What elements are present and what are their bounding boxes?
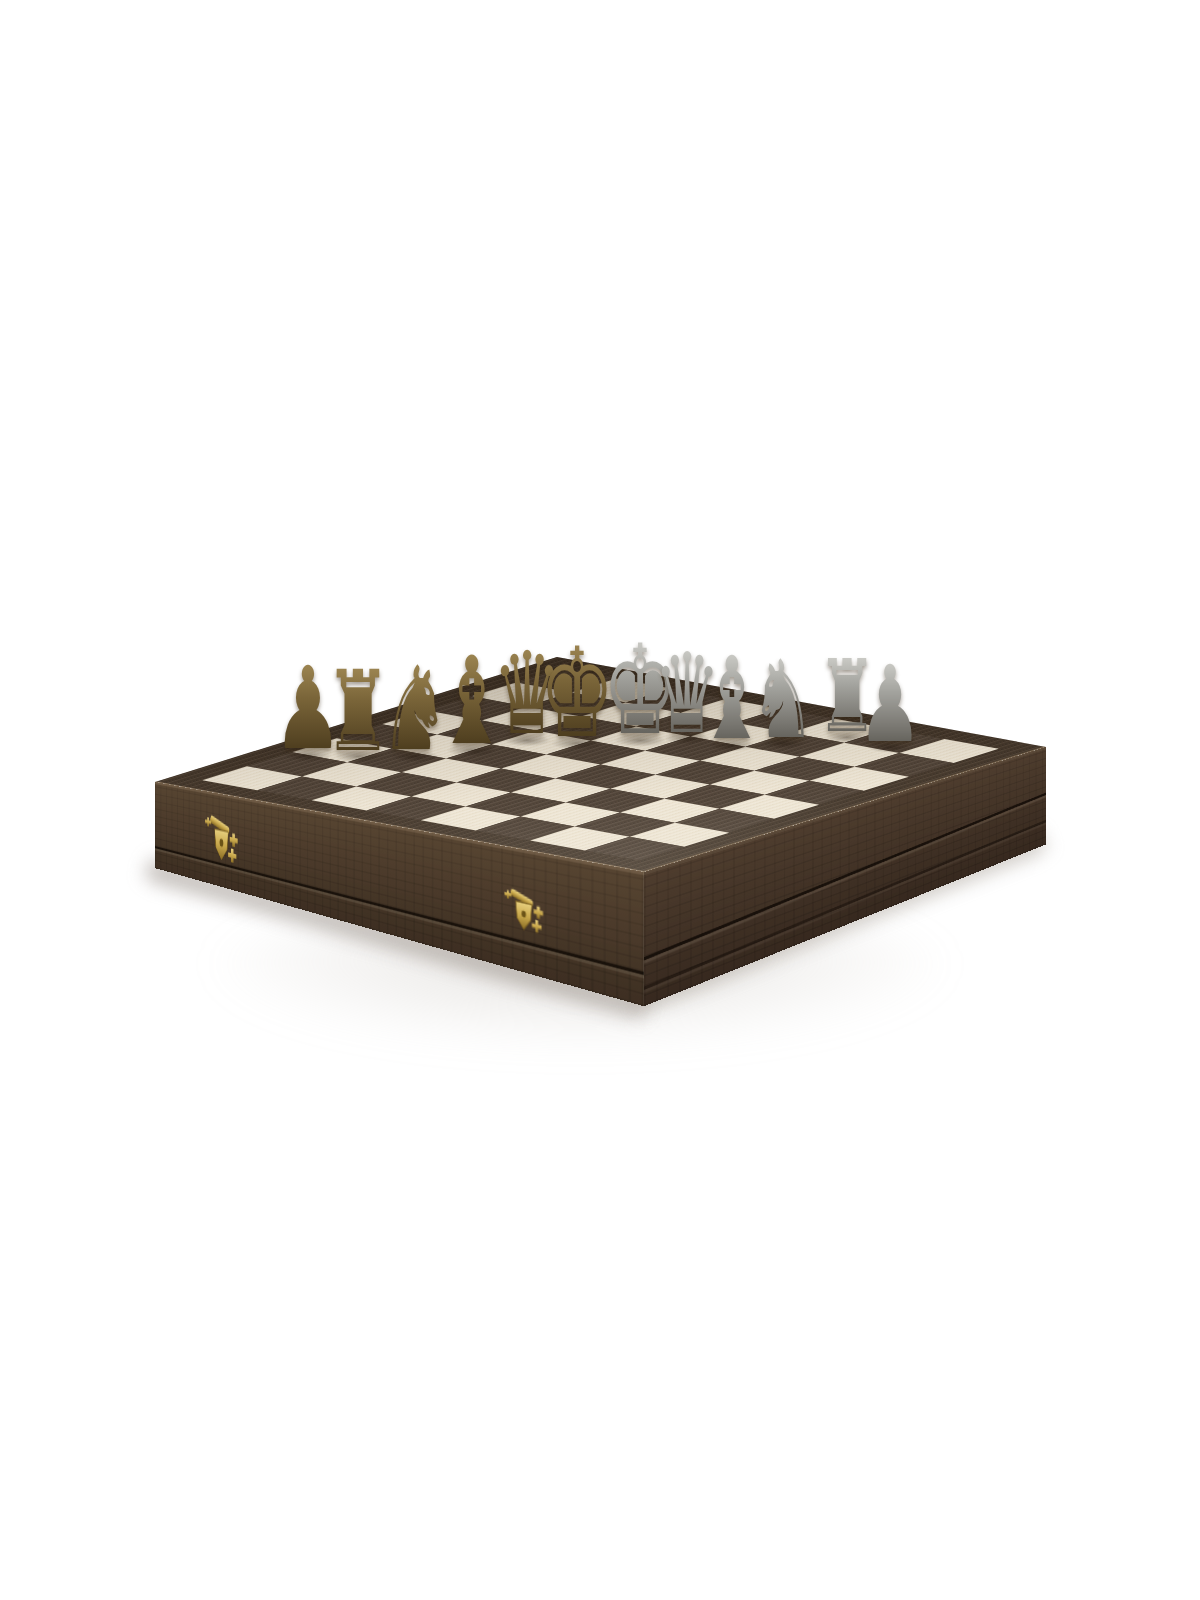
pieces-layer: ♟♜♞♝♛♚♚♛♝♞♜♟ — [0, 0, 1200, 1600]
product-photo-scene: ♟♜♞♝♛♚♚♛♝♞♜♟ — [0, 0, 1200, 1600]
silver-pawn-glyph: ♟ — [858, 652, 923, 758]
piece-silver-pawn[interactable]: ♟ — [842, 652, 937, 758]
